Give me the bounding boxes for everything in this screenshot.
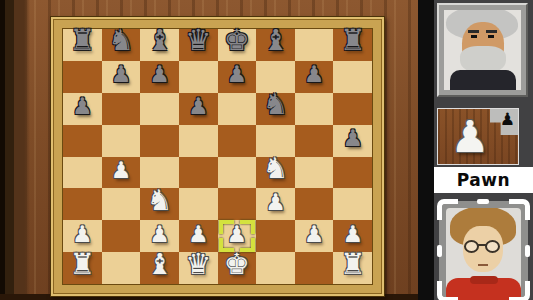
black-pawn[interactable]: ♟ (188, 95, 209, 118)
glasses-icon (464, 240, 479, 253)
square-d8[interactable]: ♛ (179, 29, 218, 61)
white-pawn[interactable]: ♟ (72, 223, 93, 246)
black-pawn[interactable]: ♟ (227, 63, 248, 86)
black-pawn[interactable]: ♟ (149, 63, 170, 86)
table-edge (0, 0, 30, 300)
black-knight[interactable]: ♞ (108, 26, 134, 55)
square-a6[interactable]: ♟ (63, 93, 102, 125)
square-f6[interactable]: ♞ (256, 93, 295, 125)
opponent-portrait-frame (437, 3, 528, 97)
white-pawn[interactable]: ♟ (188, 223, 209, 246)
opponent-portrait (444, 10, 521, 90)
white-rook[interactable]: ♜ (69, 250, 95, 279)
square-b8[interactable]: ♞ (102, 29, 141, 61)
square-c5[interactable] (140, 125, 179, 157)
white-bishop[interactable]: ♝ (147, 250, 173, 279)
square-f1[interactable] (256, 252, 295, 284)
square-c1[interactable]: ♝ (140, 252, 179, 284)
square-d7[interactable] (179, 61, 218, 93)
square-g6[interactable] (295, 93, 334, 125)
black-pawn[interactable]: ♟ (111, 63, 132, 86)
black-pawn-icon: ♟ (500, 111, 515, 128)
active-bracket-nub (437, 245, 442, 257)
square-a1[interactable]: ♜ (63, 252, 102, 284)
white-queen[interactable]: ♛ (185, 250, 211, 279)
square-a4[interactable] (63, 157, 102, 189)
active-bracket-icon (509, 199, 530, 220)
square-g1[interactable] (295, 252, 334, 284)
square-c6[interactable] (140, 93, 179, 125)
square-f4[interactable]: ♞ (256, 157, 295, 189)
square-d5[interactable] (179, 125, 218, 157)
game-screen: ♜♞♝♛♚♝♜♟♟♟♟♟♟♞♟♟♞♞♟♟♟♟♟♟♟♜♝♛♚♜ ♟ ♟ Pawn (0, 0, 533, 300)
piece-name-label: Pawn (457, 170, 510, 190)
square-e3[interactable] (218, 188, 257, 220)
square-g2[interactable]: ♟ (295, 220, 334, 252)
active-bracket-icon (509, 281, 530, 300)
square-a5[interactable] (63, 125, 102, 157)
active-bracket-nub (525, 245, 530, 257)
square-b6[interactable] (102, 93, 141, 125)
square-g3[interactable] (295, 188, 334, 220)
square-e1[interactable]: ♚ (218, 252, 257, 284)
black-queen[interactable]: ♛ (185, 26, 211, 55)
square-f2[interactable] (256, 220, 295, 252)
square-c7[interactable]: ♟ (140, 61, 179, 93)
opponent-sweater (450, 70, 516, 90)
board: ♜♞♝♛♚♝♜♟♟♟♟♟♟♞♟♟♞♞♟♟♟♟♟♟♟♜♝♛♚♜ (62, 28, 373, 285)
white-pawn[interactable]: ♟ (149, 223, 170, 246)
white-pawn[interactable]: ♟ (227, 223, 248, 246)
active-bracket-icon (437, 281, 458, 300)
black-pawn[interactable]: ♟ (72, 95, 93, 118)
square-e7[interactable]: ♟ (218, 61, 257, 93)
black-pawn[interactable]: ♟ (342, 127, 363, 150)
square-a7[interactable] (63, 61, 102, 93)
square-b5[interactable] (102, 125, 141, 157)
square-b3[interactable] (102, 188, 141, 220)
square-c8[interactable]: ♝ (140, 29, 179, 61)
square-f3[interactable]: ♟ (256, 188, 295, 220)
glasses-icon (485, 240, 500, 253)
side-panel: ♟ ♟ Pawn (434, 0, 533, 300)
square-c3[interactable]: ♞ (140, 188, 179, 220)
white-pawn[interactable]: ♟ (304, 223, 325, 246)
selected-piece-display: ♟ ♟ (437, 108, 519, 165)
square-h1[interactable]: ♜ (333, 252, 372, 284)
white-rook[interactable]: ♜ (340, 250, 366, 279)
piece-name-strip: Pawn (434, 167, 533, 193)
black-rook[interactable]: ♜ (340, 26, 366, 55)
white-pawn[interactable]: ♟ (111, 159, 132, 182)
black-knight[interactable]: ♞ (262, 90, 288, 119)
square-h6[interactable] (333, 93, 372, 125)
square-b7[interactable]: ♟ (102, 61, 141, 93)
square-h7[interactable] (333, 61, 372, 93)
active-bracket-nub (477, 199, 489, 204)
square-g8[interactable] (295, 29, 334, 61)
square-d3[interactable] (179, 188, 218, 220)
opponent-brow (486, 30, 497, 33)
square-h5[interactable]: ♟ (333, 125, 372, 157)
player-mouth (478, 264, 488, 266)
square-g4[interactable] (295, 157, 334, 189)
square-e8[interactable]: ♚ (218, 29, 257, 61)
white-pawn[interactable]: ♟ (265, 191, 286, 214)
panel-divider (418, 0, 434, 300)
chess-board-frame: ♜♞♝♛♚♝♜♟♟♟♟♟♟♞♟♟♞♞♟♟♟♟♟♟♟♜♝♛♚♜ (50, 16, 385, 297)
square-d4[interactable] (179, 157, 218, 189)
square-d6[interactable]: ♟ (179, 93, 218, 125)
square-e5[interactable] (218, 125, 257, 157)
square-h8[interactable]: ♜ (333, 29, 372, 61)
player-portrait-frame (439, 201, 528, 300)
square-g7[interactable]: ♟ (295, 61, 334, 93)
active-bracket-icon (437, 199, 458, 220)
square-b4[interactable]: ♟ (102, 157, 141, 189)
opponent-eye (488, 35, 494, 38)
black-king[interactable]: ♚ (224, 26, 250, 55)
player-collar (470, 276, 498, 284)
white-knight[interactable]: ♞ (262, 154, 288, 183)
black-pawn[interactable]: ♟ (304, 63, 325, 86)
white-king[interactable]: ♚ (224, 250, 250, 279)
square-e6[interactable] (218, 93, 257, 125)
opponent-eye (471, 35, 477, 38)
square-f8[interactable]: ♝ (256, 29, 295, 61)
square-b2[interactable] (102, 220, 141, 252)
square-h4[interactable] (333, 157, 372, 189)
opponent-brow (468, 30, 479, 33)
square-a3[interactable] (63, 188, 102, 220)
square-d1[interactable]: ♛ (179, 252, 218, 284)
black-bishop[interactable]: ♝ (262, 26, 288, 55)
square-b1[interactable] (102, 252, 141, 284)
square-g5[interactable] (295, 125, 334, 157)
white-knight[interactable]: ♞ (147, 186, 173, 215)
black-rook[interactable]: ♜ (69, 26, 95, 55)
white-pawn-icon: ♟ (444, 111, 496, 163)
black-bishop[interactable]: ♝ (147, 26, 173, 55)
white-pawn[interactable]: ♟ (342, 223, 363, 246)
square-h3[interactable] (333, 188, 372, 220)
square-a8[interactable]: ♜ (63, 29, 102, 61)
square-e4[interactable] (218, 157, 257, 189)
glasses-bridge (478, 244, 486, 246)
